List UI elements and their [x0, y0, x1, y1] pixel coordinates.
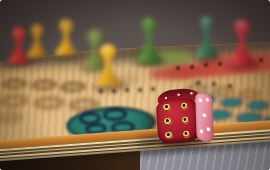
pawn-green [136, 17, 162, 63]
pawn-body [95, 55, 122, 86]
pawn-dark-green [195, 16, 220, 58]
pawn-body [26, 33, 48, 57]
pawn-body [195, 26, 220, 58]
pawn-orange [26, 24, 48, 57]
die-pip-front [181, 102, 189, 110]
die-pip-right [206, 127, 211, 132]
die-pip-right [198, 98, 203, 103]
die-pip-front [164, 117, 172, 125]
pawn-body [54, 29, 78, 55]
die-pip-front [182, 116, 190, 124]
die-pip-right [205, 98, 210, 103]
die [155, 88, 215, 150]
die-pip-front [163, 104, 171, 112]
pawn-yellow [95, 44, 122, 86]
pawn-layer [0, 0, 270, 170]
pawn-body [228, 30, 256, 66]
die-front-face [156, 98, 200, 144]
die-pip-right [202, 113, 207, 118]
pawn-red [228, 19, 256, 66]
die-pip-top [177, 93, 180, 96]
pawn-yellow [54, 19, 78, 55]
die-pip-top [164, 96, 167, 99]
die-pip-front [183, 130, 191, 138]
board-game-photo [0, 0, 270, 170]
die-pip-right [199, 129, 204, 134]
die-right-face [195, 92, 214, 142]
pawn-body [136, 27, 162, 63]
die-pip-top [190, 92, 193, 95]
die-pip-front [165, 131, 173, 139]
